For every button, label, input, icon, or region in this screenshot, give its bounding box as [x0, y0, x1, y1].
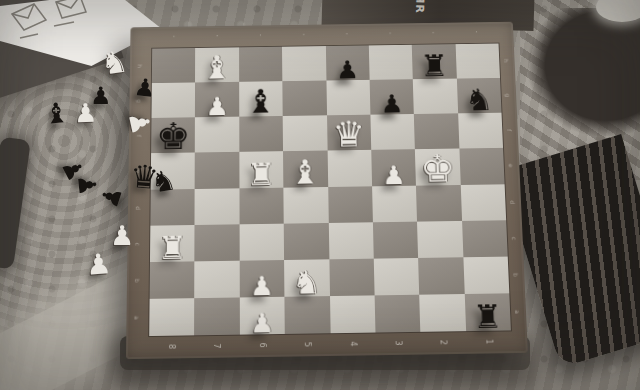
square-h6[interactable] [239, 47, 283, 82]
square-g2[interactable] [413, 79, 458, 115]
square-d5[interactable] [283, 187, 328, 224]
captured-black-pawn: ♟ [133, 75, 157, 101]
rank-number-label: 8 [163, 324, 181, 369]
square-h4[interactable]: ♟ [325, 45, 369, 80]
piece-white-queen-f4[interactable]: ♛ [332, 117, 366, 153]
frame-dot: · [196, 29, 239, 42]
square-a1[interactable]: ♜ [464, 293, 511, 331]
board-grid: ♝♟♜♟♝♟♞♚♛♜♝♟♚♜♟♞♟♜ [149, 44, 511, 337]
frame-numbers-bottom: 87654321 [149, 332, 512, 355]
captured-white-pawn: ♟ [85, 250, 112, 280]
captured-white-pawn: ♟ [110, 222, 134, 249]
square-g4[interactable] [326, 80, 370, 116]
captured-black-bishop: ♝ [43, 99, 70, 129]
captured-white-pawn: ♟ [74, 100, 98, 127]
square-b3[interactable] [374, 258, 420, 296]
frame-dot: · [152, 30, 195, 43]
captured-white-knight: ♞ [99, 46, 130, 79]
square-g3[interactable]: ♟ [370, 79, 415, 115]
square-c1[interactable] [462, 220, 508, 257]
rank-number-label: 4 [344, 321, 363, 366]
piece-white-king-e2[interactable]: ♚ [420, 149, 456, 187]
frame-dot: · [239, 29, 282, 42]
square-g1[interactable]: ♞ [457, 78, 502, 114]
square-e6[interactable]: ♜ [239, 152, 283, 188]
frame-dot: · [455, 26, 499, 39]
square-e4[interactable] [327, 150, 372, 186]
square-b4[interactable] [329, 258, 375, 296]
square-f7[interactable] [195, 117, 239, 153]
square-h7[interactable]: ♝ [195, 47, 239, 82]
piece-black-pawn-h4[interactable]: ♟ [336, 57, 360, 82]
captured-black-knight: ♞ [149, 166, 179, 198]
square-c6[interactable] [239, 223, 284, 260]
square-c2[interactable] [417, 221, 463, 258]
square-e5[interactable]: ♝ [283, 151, 328, 187]
square-d7[interactable] [195, 188, 239, 225]
rank-number-label: 3 [389, 321, 408, 366]
rank-number-label: 2 [434, 320, 453, 365]
piece-white-pawn-g7[interactable]: ♟ [205, 94, 228, 119]
square-d2[interactable] [416, 185, 462, 222]
square-f1[interactable] [458, 113, 503, 149]
square-g8[interactable] [151, 83, 195, 119]
rank-number-label: 7 [208, 323, 226, 368]
square-f6[interactable] [239, 116, 283, 152]
square-b1[interactable] [463, 256, 509, 294]
piece-black-pawn-g3[interactable]: ♟ [380, 91, 404, 116]
square-g5[interactable] [282, 81, 326, 117]
square-b7[interactable] [195, 260, 240, 298]
piece-black-king-f8[interactable]: ♚ [156, 118, 191, 156]
frame-dot: · [282, 28, 325, 41]
square-d3[interactable] [372, 185, 417, 222]
piece-black-bishop-g6[interactable]: ♝ [246, 86, 276, 119]
frame-dot: · [411, 26, 455, 39]
piece-white-knight-b5[interactable]: ♞ [292, 266, 322, 298]
dark-chair-corner [528, 8, 640, 136]
square-f8[interactable]: ♚ [151, 118, 195, 154]
square-h8[interactable] [152, 48, 196, 83]
square-e3[interactable]: ♟ [371, 150, 416, 186]
square-b2[interactable] [418, 257, 464, 295]
piece-white-bishop-e5[interactable]: ♝ [290, 156, 321, 189]
piece-white-pawn-a6[interactable]: ♟ [250, 310, 274, 337]
frame-dot: · [325, 27, 368, 40]
photo-scene: ЯR ········ hgfedcba hgfedcba ♝♟♜♟♝♟♞♚♛♜… [0, 0, 640, 390]
captured-black-pawn: ♟ [74, 173, 100, 197]
square-g7[interactable]: ♟ [195, 82, 239, 118]
square-f2[interactable] [414, 114, 459, 150]
frame-marks-top: ········ [152, 26, 498, 44]
square-a6[interactable]: ♟ [240, 297, 285, 335]
square-e7[interactable] [195, 152, 239, 188]
piece-white-bishop-h7[interactable]: ♝ [202, 52, 232, 84]
square-h1[interactable] [455, 44, 500, 79]
piece-white-pawn-b6[interactable]: ♟ [250, 273, 274, 300]
frame-dot: · [368, 27, 412, 40]
square-c4[interactable] [328, 222, 373, 259]
box-lettering: ЯR [413, 0, 427, 14]
square-c8[interactable]: ♜ [150, 225, 195, 262]
square-f5[interactable] [283, 116, 327, 152]
square-d6[interactable] [239, 187, 284, 224]
square-h5[interactable] [282, 46, 326, 81]
square-c3[interactable] [373, 221, 419, 258]
square-h2[interactable]: ♜ [412, 44, 457, 79]
rank-number-label: 5 [298, 322, 317, 367]
piece-black-knight-g1[interactable]: ♞ [464, 85, 494, 116]
piece-white-pawn-e3[interactable]: ♟ [382, 162, 406, 188]
square-c5[interactable] [284, 223, 329, 260]
piece-white-rook-e6[interactable]: ♜ [247, 158, 276, 189]
piece-black-rook-h2[interactable]: ♜ [420, 51, 449, 81]
square-d1[interactable] [460, 184, 506, 221]
square-b5[interactable]: ♞ [284, 259, 329, 297]
piece-white-rook-c8[interactable]: ♜ [158, 232, 187, 264]
chess-board: ········ hgfedcba hgfedcba ♝♟♜♟♝♟♞♚♛♜♝♟♚… [126, 22, 528, 359]
square-d4[interactable] [328, 186, 373, 223]
piece-black-rook-a1[interactable]: ♜ [472, 300, 503, 333]
square-g6[interactable]: ♝ [239, 81, 283, 117]
square-f3[interactable] [370, 114, 415, 150]
square-f4[interactable]: ♛ [327, 115, 372, 151]
square-e1[interactable] [459, 148, 505, 184]
square-e2[interactable]: ♚ [415, 149, 460, 185]
square-c7[interactable] [195, 224, 240, 261]
square-b8[interactable] [150, 261, 195, 299]
square-b6[interactable]: ♟ [239, 260, 284, 298]
square-h3[interactable] [369, 45, 413, 80]
